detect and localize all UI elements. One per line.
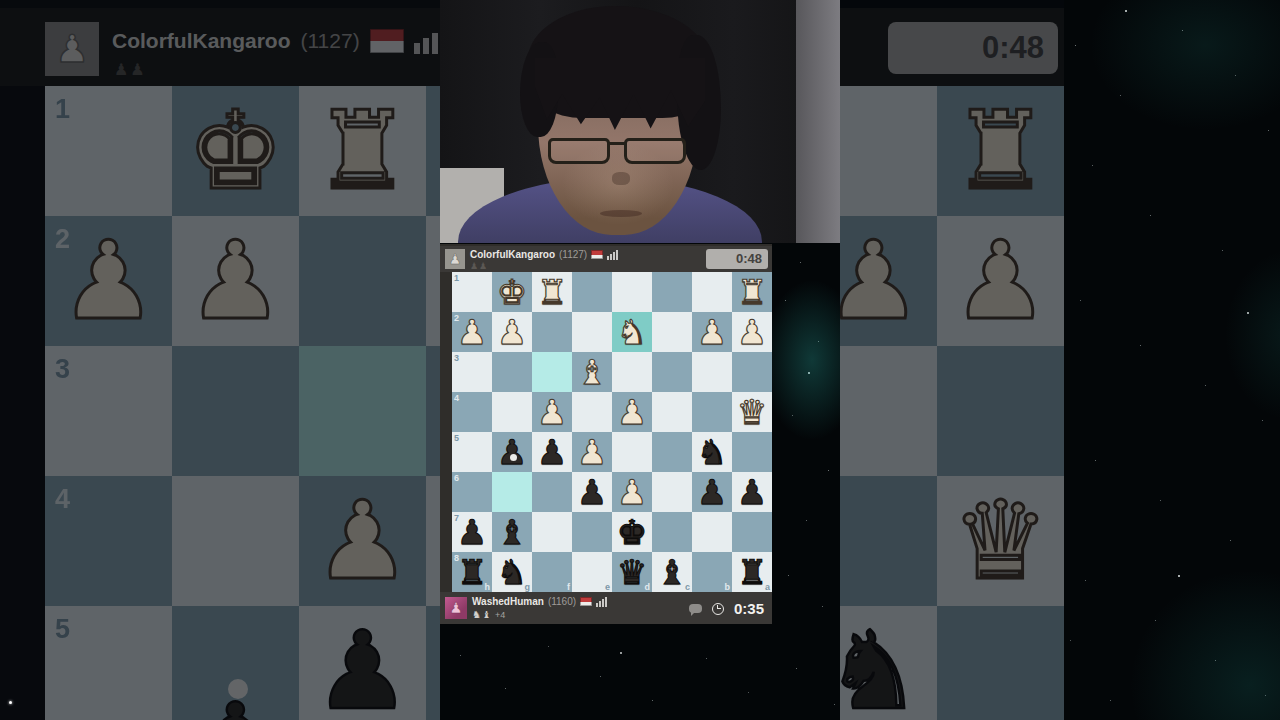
square-c6[interactable] — [652, 472, 692, 512]
top-player-avatar[interactable]: ♟ — [445, 249, 465, 269]
black-knight-piece[interactable]: ♞ — [697, 435, 727, 469]
square-h6[interactable]: 6 — [452, 472, 492, 512]
white-rook-piece[interactable]: ♜ — [537, 275, 567, 309]
square-a6[interactable]: ♟ — [732, 472, 772, 512]
square-d7[interactable]: ♚ — [612, 512, 652, 552]
white-pawn-piece[interactable]: ♟ — [697, 315, 727, 349]
white-pawn-piece[interactable]: ♟ — [577, 435, 607, 469]
dark-overlay — [840, 0, 1064, 720]
square-e8[interactable]: e — [572, 552, 612, 592]
square-g3[interactable] — [492, 352, 532, 392]
black-pawn-piece[interactable]: ♟ — [737, 475, 767, 509]
black-pawn-piece[interactable]: ♟ — [697, 475, 727, 509]
white-pawn-piece[interactable]: ♟ — [497, 315, 527, 349]
square-a5[interactable] — [732, 432, 772, 472]
bottom-player-name[interactable]: WashedHuman — [472, 596, 544, 607]
file-label: c — [685, 582, 690, 592]
rank-label: 6 — [454, 473, 459, 483]
file-label: f — [567, 582, 570, 592]
white-pawn-piece[interactable]: ♟ — [617, 395, 647, 429]
square-f1[interactable]: ♜ — [532, 272, 572, 312]
black-pawn-piece[interactable]: ♟ — [537, 435, 567, 469]
rank-label: 1 — [454, 273, 459, 283]
main-chessboard[interactable]: 1♚♜♜2♟♟♞♟♟3♝4♟♟♛5♟♟♟♞6♟♟♟♟7♟♝♚8h♜g♞fed♛c… — [452, 272, 772, 592]
black-rook-piece[interactable]: ♜ — [457, 555, 487, 589]
rank-label: 2 — [454, 313, 459, 323]
file-label: e — [605, 582, 610, 592]
black-bishop-piece[interactable]: ♝ — [497, 515, 527, 549]
square-h7[interactable]: 7♟ — [452, 512, 492, 552]
square-a8[interactable]: a♜ — [732, 552, 772, 592]
timer-icon — [712, 603, 724, 615]
square-b8[interactable]: b — [692, 552, 732, 592]
black-pawn-piece[interactable]: ♟ — [497, 435, 527, 469]
square-g6[interactable] — [492, 472, 532, 512]
square-b5[interactable]: ♞ — [692, 432, 732, 472]
square-d6[interactable]: ♟ — [612, 472, 652, 512]
rank-label: 7 — [454, 513, 459, 523]
file-label: h — [485, 582, 491, 592]
square-e2[interactable] — [572, 312, 612, 352]
background-right-panel: 0:48 1♚♜♜2♟♟♞♟♟3♝4♟♟♛5♟♟♟♞6♟♟♟♟7♟♝♚8h♜g♞… — [840, 0, 1280, 720]
file-label: b — [725, 582, 731, 592]
square-e4[interactable] — [572, 392, 612, 432]
square-g4[interactable] — [492, 392, 532, 432]
square-b6[interactable]: ♟ — [692, 472, 732, 512]
square-d4[interactable]: ♟ — [612, 392, 652, 432]
flag-icon — [591, 250, 603, 259]
white-knight-piece[interactable]: ♞ — [617, 315, 647, 349]
nose-shadow — [612, 172, 630, 185]
square-d3[interactable] — [612, 352, 652, 392]
square-h5[interactable]: 5 — [452, 432, 492, 472]
square-b3[interactable] — [692, 352, 732, 392]
square-a3[interactable] — [732, 352, 772, 392]
square-b4[interactable] — [692, 392, 732, 432]
black-bishop-piece[interactable]: ♝ — [657, 555, 687, 589]
square-c4[interactable] — [652, 392, 692, 432]
chat-bubble-icon[interactable] — [689, 604, 702, 613]
square-f5[interactable]: ♟ — [532, 432, 572, 472]
square-c8[interactable]: c♝ — [652, 552, 692, 592]
square-e5[interactable]: ♟ — [572, 432, 612, 472]
square-b1[interactable] — [692, 272, 732, 312]
black-pawn-piece[interactable]: ♟ — [577, 475, 607, 509]
square-a1[interactable]: ♜ — [732, 272, 772, 312]
white-bishop-piece[interactable]: ♝ — [577, 355, 607, 389]
rank-label: 4 — [454, 393, 459, 403]
bottom-player-avatar[interactable]: ♟ — [445, 597, 467, 619]
square-e3[interactable]: ♝ — [572, 352, 612, 392]
square-c5[interactable] — [652, 432, 692, 472]
square-f3[interactable] — [532, 352, 572, 392]
bottom-player-clock: 0:35 — [734, 600, 764, 617]
black-pawn-piece[interactable]: ♟ — [457, 515, 487, 549]
square-h2[interactable]: 2♟ — [452, 312, 492, 352]
square-d5[interactable] — [612, 432, 652, 472]
top-player-rating: (1127) — [559, 249, 587, 260]
top-captured-pieces: ♟♟ — [470, 261, 488, 271]
square-h3[interactable]: 3 — [452, 352, 492, 392]
square-b2[interactable]: ♟ — [692, 312, 732, 352]
webcam — [440, 0, 840, 243]
bottom-captured-pieces: ♞♝ — [472, 609, 492, 620]
square-f2[interactable] — [532, 312, 572, 352]
rank-label: 5 — [454, 433, 459, 443]
rank-label: 8 — [454, 553, 459, 563]
square-c3[interactable] — [652, 352, 692, 392]
white-pawn-piece[interactable]: ♟ — [617, 475, 647, 509]
white-pawn-piece[interactable]: ♟ — [737, 315, 767, 349]
square-d1[interactable] — [612, 272, 652, 312]
file-label: a — [765, 582, 770, 592]
white-pawn-piece[interactable]: ♟ — [457, 315, 487, 349]
square-c1[interactable] — [652, 272, 692, 312]
black-queen-piece[interactable]: ♛ — [617, 555, 647, 589]
pawn-icon: ♟ — [449, 601, 462, 616]
white-rook-piece[interactable]: ♜ — [737, 275, 767, 309]
square-d8[interactable]: d♛ — [612, 552, 652, 592]
square-c2[interactable] — [652, 312, 692, 352]
square-g1[interactable]: ♚ — [492, 272, 532, 312]
top-player-name[interactable]: ColorfulKangaroo — [470, 249, 555, 260]
square-g2[interactable]: ♟ — [492, 312, 532, 352]
connection-bars-icon — [596, 597, 607, 607]
pawn-icon: ♟ — [449, 252, 462, 266]
square-a2[interactable]: ♟ — [732, 312, 772, 352]
square-f8[interactable]: f — [532, 552, 572, 592]
square-a4[interactable]: ♛ — [732, 392, 772, 432]
square-g5[interactable]: ♟ — [492, 432, 532, 472]
bottom-player-rating: (1160) — [548, 596, 576, 607]
square-f4[interactable]: ♟ — [532, 392, 572, 432]
square-e6[interactable]: ♟ — [572, 472, 612, 512]
square-h4[interactable]: 4 — [452, 392, 492, 432]
rank-label: 3 — [454, 353, 459, 363]
white-pawn-piece[interactable]: ♟ — [537, 395, 567, 429]
white-queen-piece[interactable]: ♛ — [737, 395, 767, 429]
square-h1[interactable]: 1 — [452, 272, 492, 312]
square-c7[interactable] — [652, 512, 692, 552]
black-king-piece[interactable]: ♚ — [617, 515, 647, 549]
file-label: g — [525, 582, 531, 592]
screenshot-root: { "game": "chess", "position": { "fen": … — [0, 0, 1280, 720]
black-knight-piece[interactable]: ♞ — [497, 555, 527, 589]
file-label: d — [645, 582, 651, 592]
black-rook-piece[interactable]: ♜ — [737, 555, 767, 589]
square-g7[interactable]: ♝ — [492, 512, 532, 552]
square-g8[interactable]: g♞ — [492, 552, 532, 592]
square-e7[interactable] — [572, 512, 612, 552]
square-b7[interactable] — [692, 512, 732, 552]
flag-icon — [580, 597, 592, 606]
bottom-player-bar: ♟ WashedHuman (1160) ♞♝ +4 0:35 — [440, 592, 772, 624]
mouth — [600, 210, 642, 217]
square-f6[interactable] — [532, 472, 572, 512]
connection-bars-icon — [607, 250, 618, 260]
glasses — [546, 138, 696, 170]
background-left-panel: ♟ ColorfulKangaroo (1127) ♟♟ 1♚♜♜2♟♟♞♟♟3… — [0, 0, 440, 720]
square-a7[interactable] — [732, 512, 772, 552]
wall — [796, 0, 840, 243]
top-player-bar: ♟ ColorfulKangaroo (1127) ♟♟ 0:48 — [440, 246, 772, 272]
top-player-clock: 0:48 — [706, 249, 768, 269]
material-advantage: +4 — [495, 610, 505, 620]
star — [9, 701, 12, 704]
premove-dot — [510, 454, 517, 461]
white-king-piece[interactable]: ♚ — [497, 275, 527, 309]
square-d2[interactable]: ♞ — [612, 312, 652, 352]
square-e1[interactable] — [572, 272, 612, 312]
square-f7[interactable] — [532, 512, 572, 552]
dark-overlay — [0, 0, 440, 720]
chess-app: ♟ ColorfulKangaroo (1127) ♟♟ 0:48 1♚♜♜2♟… — [440, 244, 772, 624]
square-h8[interactable]: 8h♜ — [452, 552, 492, 592]
